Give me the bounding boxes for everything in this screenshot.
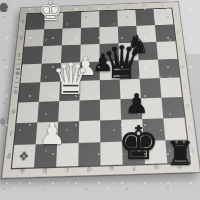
square-h2[interactable] <box>155 24 176 41</box>
square-h3[interactable] <box>156 41 177 59</box>
square-h5[interactable] <box>160 77 182 97</box>
board-logo: ❖ <box>18 150 30 163</box>
rank-label-right-4: 4 <box>179 64 186 70</box>
square-a7[interactable] <box>14 122 37 145</box>
file-label-top-d: d <box>81 6 99 11</box>
square-a5[interactable] <box>19 82 41 102</box>
rank-label-3: 3 <box>16 52 22 57</box>
square-d2[interactable] <box>81 27 100 44</box>
square-f1[interactable] <box>117 10 136 27</box>
square-a2[interactable] <box>24 29 44 46</box>
file-label-b: b <box>33 167 56 175</box>
background-table <box>0 182 200 200</box>
piece-white-king-b1[interactable]: ♚ <box>39 0 63 24</box>
file-label-top-g: g <box>135 4 153 9</box>
square-a3[interactable] <box>22 46 43 64</box>
square-d8[interactable] <box>78 142 100 166</box>
file-label-top-h: h <box>153 3 171 8</box>
board-photo: ❖ aabbccddeeffgghh1122334455667788 ♚♞♟♟♛… <box>0 0 200 200</box>
file-label-top-e: e <box>99 5 117 10</box>
file-label-top-c: c <box>63 6 81 11</box>
rank-label-right-1: 1 <box>173 13 179 18</box>
square-h6[interactable] <box>161 97 184 118</box>
piece-black-king-f8[interactable]: ♚ <box>118 120 159 166</box>
square-h4[interactable] <box>158 59 180 78</box>
piece-black-rook-h8[interactable]: ♜ <box>166 137 196 170</box>
rank-label-right-7: 7 <box>186 124 193 131</box>
rank-label-8: 8 <box>5 152 12 159</box>
background-speck <box>0 3 8 12</box>
square-a4[interactable] <box>20 64 41 83</box>
square-d7[interactable] <box>79 120 101 143</box>
square-d1[interactable] <box>81 11 99 28</box>
square-c1[interactable] <box>63 12 82 29</box>
piece-black-queen-f4[interactable]: ♛ <box>102 40 142 85</box>
file-label-top-f: f <box>117 4 135 9</box>
file-label-c: c <box>56 166 79 174</box>
rank-label-right-6: 6 <box>184 103 191 109</box>
square-a8[interactable]: ❖ <box>12 144 36 168</box>
square-e1[interactable] <box>99 11 118 28</box>
file-label-d: d <box>78 165 100 173</box>
piece-white-pawn-b7[interactable]: ♟ <box>39 119 66 149</box>
square-h1[interactable] <box>153 8 173 25</box>
rank-label-1: 1 <box>20 19 26 24</box>
rank-label-right-3: 3 <box>177 46 183 51</box>
rank-label-right-5: 5 <box>181 83 188 89</box>
background-speck <box>0 118 5 125</box>
rank-label-right-2: 2 <box>175 29 181 34</box>
square-a6[interactable] <box>16 102 38 123</box>
square-g1[interactable] <box>135 9 155 26</box>
square-b2[interactable] <box>43 29 63 46</box>
rank-label-2: 2 <box>18 35 24 40</box>
rank-label-6: 6 <box>10 109 17 115</box>
rank-label-7: 7 <box>8 130 15 137</box>
piece-white-queen-c5[interactable]: ♛ <box>52 58 91 101</box>
square-c2[interactable] <box>62 28 81 45</box>
file-label-a: a <box>11 167 34 175</box>
piece-black-pawn-f6[interactable]: ♟ <box>125 90 149 117</box>
